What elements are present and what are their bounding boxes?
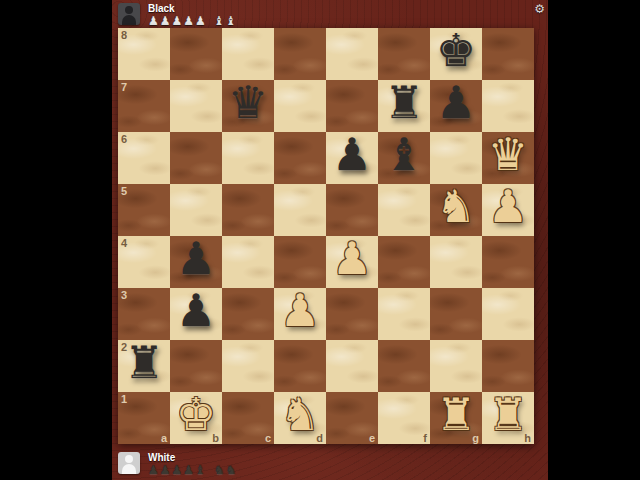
white-player-meta: White ♟♟♟♟♝♞♞ [148, 452, 244, 476]
square-a5[interactable]: 5 [118, 184, 170, 236]
captured-black-pawn-icon: ♟ [183, 463, 195, 477]
avatar-silhouette-icon [122, 464, 136, 474]
square-f8[interactable] [378, 28, 430, 80]
square-g6[interactable] [430, 132, 482, 184]
piece-white-queen: ♛ [482, 129, 534, 181]
piece-black-pawn: ♟ [170, 233, 222, 285]
captured-white-bishop-icon: ♝ [226, 14, 238, 28]
square-a6[interactable]: 6 [118, 132, 170, 184]
square-d4[interactable] [274, 236, 326, 288]
captured-black-pawn-icon: ♟ [172, 463, 184, 477]
captured-white-bishop-icon: ♝ [214, 14, 226, 28]
file-label: b [212, 432, 219, 444]
square-d6[interactable] [274, 132, 326, 184]
square-f1[interactable]: f [378, 392, 430, 444]
captured-white-pawn-icon: ♟ [160, 14, 172, 28]
rank-label: 6 [121, 133, 127, 145]
square-d1[interactable]: d♞ [274, 392, 326, 444]
file-label: h [524, 432, 531, 444]
top-player-bar: Black ♟♟♟♟♟♝♝ [118, 3, 244, 27]
square-e5[interactable] [326, 184, 378, 236]
rank-label: 2 [121, 341, 127, 353]
captured-black-knight-icon: ♞ [214, 463, 226, 477]
piece-black-pawn: ♟ [170, 285, 222, 337]
black-player-name: Black [148, 3, 244, 14]
captured-white-pawn-icon: ♟ [148, 14, 160, 28]
square-a3[interactable]: 3 [118, 288, 170, 340]
rank-label: 5 [121, 185, 127, 197]
piece-white-pawn: ♟ [274, 285, 326, 337]
rank-label: 8 [121, 29, 127, 41]
chess-board: 8♚7♛♜♟6♟♝♛5♞♟4♟♟3♟♟2♜1ab♚cd♞efg♜h♜ [118, 28, 534, 444]
captured-black-bishop-icon: ♝ [195, 463, 207, 477]
square-h1[interactable]: h♜ [482, 392, 534, 444]
square-g2[interactable] [430, 340, 482, 392]
square-g5[interactable]: ♞ [430, 184, 482, 236]
file-label: f [423, 432, 427, 444]
piece-white-pawn: ♟ [482, 181, 534, 233]
square-h8[interactable] [482, 28, 534, 80]
piece-black-rook: ♜ [378, 77, 430, 129]
square-c2[interactable] [222, 340, 274, 392]
black-player-avatar[interactable] [118, 3, 140, 25]
black-captured-tray: ♟♟♟♟♟♝♝ [148, 15, 244, 27]
square-b2[interactable] [170, 340, 222, 392]
square-b1[interactable]: b♚ [170, 392, 222, 444]
piece-black-pawn: ♟ [326, 129, 378, 181]
avatar-silhouette-icon [125, 455, 133, 463]
captured-group: ♞♞ [214, 464, 238, 476]
square-h4[interactable] [482, 236, 534, 288]
piece-black-pawn: ♟ [430, 77, 482, 129]
square-g4[interactable] [430, 236, 482, 288]
square-d3[interactable]: ♟ [274, 288, 326, 340]
square-c7[interactable]: ♛ [222, 80, 274, 132]
square-e1[interactable]: e [326, 392, 378, 444]
square-e6[interactable]: ♟ [326, 132, 378, 184]
square-e2[interactable] [326, 340, 378, 392]
square-f3[interactable] [378, 288, 430, 340]
square-f7[interactable]: ♜ [378, 80, 430, 132]
avatar-silhouette-icon [122, 15, 136, 25]
captured-group: ♟♟♟♟♟ [148, 15, 207, 27]
captured-black-pawn-icon: ♟ [148, 463, 160, 477]
square-e7[interactable] [326, 80, 378, 132]
captured-white-pawn-icon: ♟ [195, 14, 207, 28]
square-f5[interactable] [378, 184, 430, 236]
square-e8[interactable] [326, 28, 378, 80]
piece-black-queen: ♛ [222, 77, 274, 129]
square-f2[interactable] [378, 340, 430, 392]
square-d2[interactable] [274, 340, 326, 392]
piece-white-pawn: ♟ [326, 233, 378, 285]
square-g7[interactable]: ♟ [430, 80, 482, 132]
white-player-name: White [148, 452, 244, 463]
white-player-avatar[interactable] [118, 452, 140, 474]
gear-icon[interactable]: ⚙ [534, 3, 545, 15]
square-a1[interactable]: 1a [118, 392, 170, 444]
avatar-silhouette-icon [125, 6, 133, 14]
square-b7[interactable] [170, 80, 222, 132]
square-h2[interactable] [482, 340, 534, 392]
square-c5[interactable] [222, 184, 274, 236]
rank-label: 3 [121, 289, 127, 301]
square-e3[interactable] [326, 288, 378, 340]
square-a8[interactable]: 8 [118, 28, 170, 80]
square-b8[interactable] [170, 28, 222, 80]
square-a7[interactable]: 7 [118, 80, 170, 132]
square-f4[interactable] [378, 236, 430, 288]
captured-white-pawn-icon: ♟ [183, 14, 195, 28]
square-d7[interactable] [274, 80, 326, 132]
square-f6[interactable]: ♝ [378, 132, 430, 184]
square-g3[interactable] [430, 288, 482, 340]
square-b5[interactable] [170, 184, 222, 236]
bottom-player-bar: White ♟♟♟♟♝♞♞ [118, 452, 244, 476]
square-g1[interactable]: g♜ [430, 392, 482, 444]
square-h7[interactable] [482, 80, 534, 132]
black-player-meta: Black ♟♟♟♟♟♝♝ [148, 3, 244, 27]
captured-group: ♟♟♟♟♝ [148, 464, 207, 476]
app-content-area: Black ♟♟♟♟♟♝♝ ⚙ 8♚7♛♜♟6♟♝♛5♞♟4♟♟3♟♟2♜1ab… [112, 0, 548, 480]
file-label: a [161, 432, 167, 444]
rank-label: 4 [121, 237, 127, 249]
square-b4[interactable]: ♟ [170, 236, 222, 288]
piece-white-knight: ♞ [430, 181, 482, 233]
square-b3[interactable]: ♟ [170, 288, 222, 340]
square-c3[interactable] [222, 288, 274, 340]
captured-white-pawn-icon: ♟ [172, 14, 184, 28]
piece-black-bishop: ♝ [378, 129, 430, 181]
square-h5[interactable]: ♟ [482, 184, 534, 236]
captured-group: ♝♝ [214, 15, 238, 27]
white-captured-tray: ♟♟♟♟♝♞♞ [148, 464, 244, 476]
square-c8[interactable] [222, 28, 274, 80]
captured-black-knight-icon: ♞ [226, 463, 238, 477]
square-a2[interactable]: 2♜ [118, 340, 170, 392]
square-d8[interactable] [274, 28, 326, 80]
file-label: g [472, 432, 479, 444]
captured-black-pawn-icon: ♟ [160, 463, 172, 477]
square-c6[interactable] [222, 132, 274, 184]
rank-label: 7 [121, 81, 127, 93]
square-h6[interactable]: ♛ [482, 132, 534, 184]
square-a4[interactable]: 4 [118, 236, 170, 288]
square-g8[interactable]: ♚ [430, 28, 482, 80]
piece-black-king: ♚ [430, 25, 482, 77]
square-d5[interactable] [274, 184, 326, 236]
square-b6[interactable] [170, 132, 222, 184]
file-label: d [316, 432, 323, 444]
file-label: c [265, 432, 271, 444]
square-e4[interactable]: ♟ [326, 236, 378, 288]
square-c1[interactable]: c [222, 392, 274, 444]
square-c4[interactable] [222, 236, 274, 288]
square-h3[interactable] [482, 288, 534, 340]
file-label: e [369, 432, 375, 444]
rank-label: 1 [121, 393, 127, 405]
